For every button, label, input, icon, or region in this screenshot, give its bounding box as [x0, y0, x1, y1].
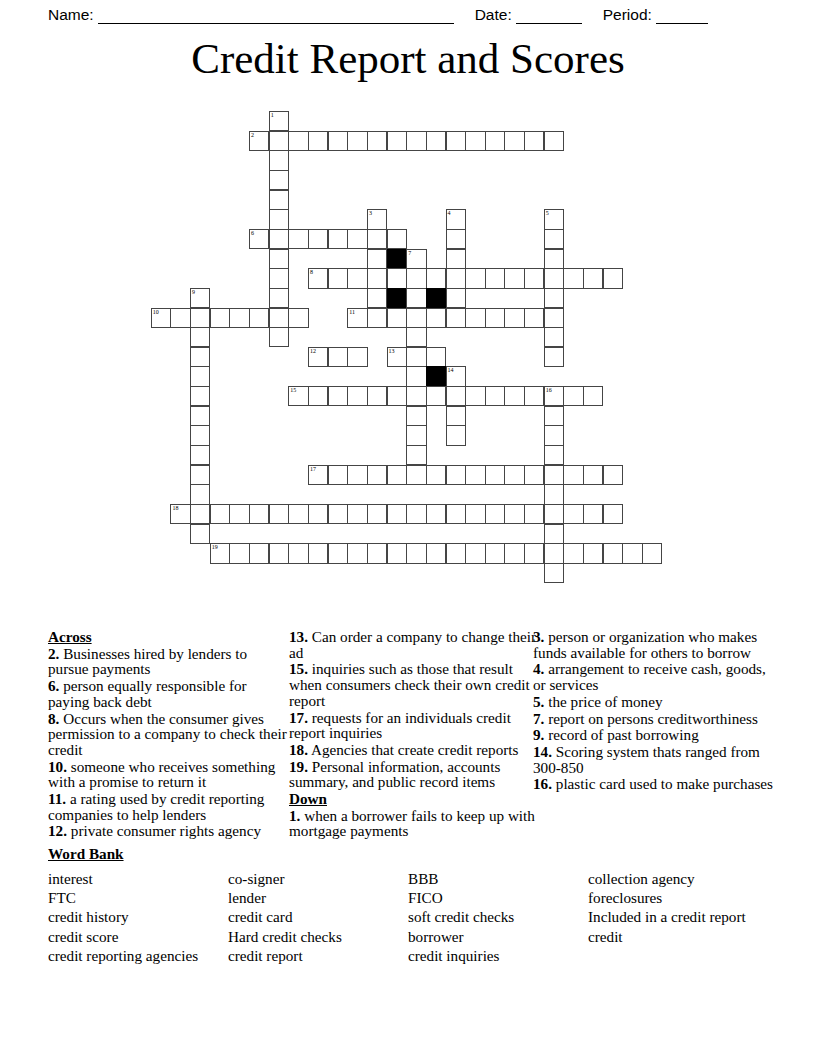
grid-cell[interactable]: [347, 347, 367, 367]
grid-cell[interactable]: [504, 386, 524, 406]
grid-cell[interactable]: [406, 425, 426, 445]
grid-cell[interactable]: [347, 504, 367, 524]
grid-cell[interactable]: [387, 268, 407, 288]
grid-cell[interactable]: [308, 131, 328, 151]
grid-cell[interactable]: [446, 229, 466, 249]
grid-cell[interactable]: [367, 543, 387, 563]
grid-cell[interactable]: [367, 229, 387, 249]
grid-cell[interactable]: [446, 504, 466, 524]
grid-cell[interactable]: [308, 543, 328, 563]
grid-cell[interactable]: [406, 347, 426, 367]
grid-cell[interactable]: [269, 543, 289, 563]
grid-cell[interactable]: 13: [387, 347, 407, 367]
grid-cell[interactable]: [269, 209, 289, 229]
grid-cell[interactable]: [347, 543, 367, 563]
grid-cell[interactable]: [190, 366, 210, 386]
grid-cell[interactable]: [563, 543, 583, 563]
grid-cell[interactable]: 2: [249, 131, 269, 151]
grid-cell[interactable]: [288, 504, 308, 524]
clue-number-label: 1: [271, 112, 274, 119]
grid-cell[interactable]: [583, 465, 603, 485]
across-clues-column: Across 2. Businesses hired by lenders to…: [48, 629, 288, 840]
grid-cell[interactable]: [544, 347, 564, 367]
clue-number-label: 4: [448, 210, 451, 217]
grid-cell[interactable]: [190, 524, 210, 544]
grid-cell[interactable]: 19: [210, 543, 230, 563]
grid-cell[interactable]: [367, 386, 387, 406]
grid-cell[interactable]: [406, 386, 426, 406]
grid-cell[interactable]: [524, 131, 544, 151]
grid-cell[interactable]: [642, 543, 662, 563]
grid-cell[interactable]: [563, 504, 583, 524]
grid-cell[interactable]: [328, 386, 348, 406]
grid-cell[interactable]: [406, 406, 426, 426]
grid-cell[interactable]: [269, 327, 289, 347]
grid-cell[interactable]: [426, 386, 446, 406]
grid-cell[interactable]: [583, 268, 603, 288]
grid-cell[interactable]: [544, 465, 564, 485]
down-heading: Down: [289, 791, 537, 807]
grid-cell[interactable]: [504, 308, 524, 328]
grid-cell[interactable]: 9: [190, 288, 210, 308]
grid-cell[interactable]: [446, 268, 466, 288]
grid-cell[interactable]: [544, 308, 564, 328]
grid-cell[interactable]: [387, 504, 407, 524]
grid-cell[interactable]: [387, 131, 407, 151]
word-bank-item: credit score: [48, 927, 228, 946]
grid-cell[interactable]: [249, 543, 269, 563]
grid-cell[interactable]: [269, 131, 289, 151]
word-bank-item: FTC: [48, 888, 228, 907]
grid-cell[interactable]: [190, 465, 210, 485]
grid-cell[interactable]: [426, 543, 446, 563]
grid-cell[interactable]: [446, 249, 466, 269]
word-bank-item: credit inquiries: [408, 946, 588, 965]
grid-cell[interactable]: [544, 425, 564, 445]
grid-cell[interactable]: [406, 366, 426, 386]
clue-across-13: 13. Can order a company to change their …: [289, 629, 537, 660]
black-cell: [426, 288, 446, 308]
word-bank-item: foreclosures: [588, 888, 788, 907]
date-blank-line[interactable]: [516, 8, 582, 24]
grid-cell[interactable]: [249, 504, 269, 524]
black-cell: [426, 366, 446, 386]
grid-cell[interactable]: [504, 504, 524, 524]
grid-cell[interactable]: [328, 131, 348, 151]
grid-cell[interactable]: 10: [151, 308, 171, 328]
grid-cell[interactable]: [170, 308, 190, 328]
grid-cell[interactable]: [347, 465, 367, 485]
grid-cell[interactable]: [465, 308, 485, 328]
clue-number-label: 11: [349, 309, 355, 316]
grid-cell[interactable]: [524, 308, 544, 328]
grid-cell[interactable]: [406, 504, 426, 524]
grid-cell[interactable]: [387, 543, 407, 563]
grid-cell[interactable]: 14: [446, 366, 466, 386]
grid-cell[interactable]: 17: [308, 465, 328, 485]
word-bank-item: credit: [588, 927, 788, 946]
grid-cell[interactable]: [190, 327, 210, 347]
clue-down-9: 9. record of past borrowing: [533, 727, 778, 743]
grid-cell[interactable]: [485, 543, 505, 563]
grid-cell[interactable]: [190, 406, 210, 426]
grid-cell[interactable]: 7: [406, 249, 426, 269]
word-bank-col1: interest FTC credit history credit score…: [48, 869, 228, 965]
clue-across-10: 10. someone who receives something with …: [48, 759, 288, 790]
grid-cell[interactable]: [603, 504, 623, 524]
grid-cell[interactable]: [465, 543, 485, 563]
grid-cell[interactable]: [269, 190, 289, 210]
grid-cell[interactable]: [426, 308, 446, 328]
grid-cell[interactable]: [190, 484, 210, 504]
grid-cell[interactable]: [269, 504, 289, 524]
grid-cell[interactable]: [406, 268, 426, 288]
grid-cell[interactable]: [387, 308, 407, 328]
grid-cell[interactable]: [210, 308, 230, 328]
grid-cell[interactable]: [347, 268, 367, 288]
grid-cell[interactable]: 8: [308, 268, 328, 288]
grid-cell[interactable]: [406, 465, 426, 485]
clue-across-18: 18. Agencies that create credit reports: [289, 742, 537, 758]
grid-cell[interactable]: [190, 445, 210, 465]
grid-cell[interactable]: [465, 386, 485, 406]
grid-cell[interactable]: [485, 504, 505, 524]
down-clues-column: 3. person or organization who makes fund…: [533, 629, 778, 793]
grid-cell[interactable]: [544, 445, 564, 465]
clue-across-2: 2. Businesses hired by lenders to pursue…: [48, 646, 288, 677]
grid-cell[interactable]: [269, 229, 289, 249]
clue-number-label: 12: [310, 348, 316, 355]
clue-across-6: 6. person equally responsible for paying…: [48, 678, 288, 709]
clue-down-5: 5. the price of money: [533, 694, 778, 710]
grid-cell[interactable]: [544, 504, 564, 524]
word-bank-item: soft credit checks: [408, 907, 588, 926]
grid-cell[interactable]: [308, 504, 328, 524]
grid-cell[interactable]: 12: [308, 347, 328, 367]
clue-number-label: 13: [389, 348, 395, 355]
grid-cell[interactable]: [269, 308, 289, 328]
grid-cell[interactable]: [485, 465, 505, 485]
grid-cell[interactable]: [387, 386, 407, 406]
grid-cell[interactable]: [446, 425, 466, 445]
grid-cell[interactable]: [583, 543, 603, 563]
grid-cell[interactable]: [524, 386, 544, 406]
grid-cell[interactable]: [269, 170, 289, 190]
clue-number-label: 5: [546, 210, 549, 217]
grid-cell[interactable]: 16: [544, 386, 564, 406]
clue-down-1: 1. when a borrower fails to keep up with…: [289, 808, 537, 839]
clue-number-label: 3: [369, 210, 372, 217]
grid-cell[interactable]: [465, 504, 485, 524]
clue-across-8: 8. Occurs when the consumer gives permis…: [48, 711, 288, 758]
grid-cell[interactable]: [269, 249, 289, 269]
grid-cell[interactable]: [544, 543, 564, 563]
grid-cell[interactable]: [210, 504, 230, 524]
grid-cell[interactable]: [485, 386, 505, 406]
grid-cell[interactable]: [446, 386, 466, 406]
grid-cell[interactable]: [328, 504, 348, 524]
clue-number-label: 14: [448, 367, 454, 374]
crossword-grid: 12345678910111213141516171819: [151, 111, 662, 583]
grid-cell[interactable]: [269, 268, 289, 288]
grid-cell[interactable]: [603, 465, 623, 485]
word-bank-col4: collection agency foreclosures Included …: [588, 869, 788, 965]
clue-across-11: 11. a rating used by credit reporting co…: [48, 791, 288, 822]
worksheet-header: Name: Date: Period:: [48, 5, 768, 24]
grid-cell[interactable]: [544, 524, 564, 544]
grid-cell[interactable]: [367, 288, 387, 308]
grid-cell[interactable]: [426, 465, 446, 485]
grid-cell[interactable]: [544, 563, 564, 583]
grid-cell[interactable]: [328, 268, 348, 288]
word-bank-item: credit report: [228, 946, 408, 965]
grid-cell[interactable]: [406, 308, 426, 328]
grid-cell[interactable]: [563, 386, 583, 406]
word-bank-col3: BBB FICO soft credit checks borrower cre…: [408, 869, 588, 965]
grid-cell[interactable]: [544, 131, 564, 151]
word-bank-item: credit card: [228, 907, 408, 926]
clue-down-3: 3. person or organization who makes fund…: [533, 629, 778, 660]
grid-cell[interactable]: [583, 504, 603, 524]
grid-cell[interactable]: [288, 229, 308, 249]
grid-cell[interactable]: [446, 406, 466, 426]
grid-cell[interactable]: [603, 543, 623, 563]
grid-cell[interactable]: [406, 288, 426, 308]
clue-down-16: 16. plastic card used to make purchases: [533, 776, 778, 792]
clue-number-label: 17: [310, 466, 316, 473]
grid-cell[interactable]: [387, 465, 407, 485]
grid-cell[interactable]: [465, 465, 485, 485]
grid-cell[interactable]: [504, 268, 524, 288]
grid-cell[interactable]: [328, 229, 348, 249]
grid-cell[interactable]: [229, 504, 249, 524]
grid-cell[interactable]: [426, 504, 446, 524]
word-bank-item: FICO: [408, 888, 588, 907]
across-heading: Across: [48, 629, 288, 645]
clue-number-label: 7: [408, 250, 411, 257]
grid-cell[interactable]: [190, 347, 210, 367]
grid-cell[interactable]: [524, 504, 544, 524]
clue-number-label: 9: [192, 289, 195, 296]
grid-cell[interactable]: [367, 268, 387, 288]
word-bank-item: co-signer: [228, 869, 408, 888]
grid-cell[interactable]: [347, 131, 367, 151]
grid-cell[interactable]: [446, 465, 466, 485]
date-label: Date:: [475, 5, 512, 24]
grid-cell[interactable]: [288, 543, 308, 563]
word-bank-item: lender: [228, 888, 408, 907]
clue-across-15: 15. inquiries such as those that result …: [289, 661, 537, 708]
grid-cell[interactable]: [524, 465, 544, 485]
clue-down-7: 7. report on persons creditworthiness: [533, 711, 778, 727]
name-label: Name:: [48, 5, 94, 24]
grid-cell[interactable]: [485, 268, 505, 288]
grid-cell[interactable]: [328, 543, 348, 563]
word-bank-item: BBB: [408, 869, 588, 888]
grid-cell[interactable]: [426, 131, 446, 151]
grid-cell[interactable]: [387, 229, 407, 249]
clue-number-label: 19: [212, 544, 218, 551]
grid-cell[interactable]: [524, 268, 544, 288]
grid-cell[interactable]: [308, 229, 328, 249]
grid-cell[interactable]: [544, 484, 564, 504]
clue-across-19: 19. Personal information, accounts summa…: [289, 759, 537, 790]
word-bank-item: borrower: [408, 927, 588, 946]
grid-cell[interactable]: [504, 543, 524, 563]
grid-cell[interactable]: [485, 131, 505, 151]
grid-cell[interactable]: [190, 308, 210, 328]
name-blank-line[interactable]: [98, 8, 454, 24]
grid-cell[interactable]: [229, 543, 249, 563]
grid-cell[interactable]: [465, 268, 485, 288]
word-bank-col2: co-signer lender credit card Hard credit…: [228, 869, 408, 965]
grid-cell[interactable]: [603, 268, 623, 288]
grid-cell[interactable]: [347, 229, 367, 249]
grid-cell[interactable]: [544, 288, 564, 308]
black-cell: [387, 288, 407, 308]
grid-cell[interactable]: [504, 131, 524, 151]
clue-down-4: 4. arrangement to receive cash, goods, o…: [533, 661, 778, 692]
grid-cell[interactable]: [367, 249, 387, 269]
grid-cell[interactable]: 6: [249, 229, 269, 249]
grid-cell[interactable]: 5: [544, 209, 564, 229]
clue-across-17: 17. requests for an individuals credit r…: [289, 710, 537, 741]
grid-cell[interactable]: [269, 288, 289, 308]
grid-cell[interactable]: [406, 327, 426, 347]
grid-cell[interactable]: [328, 465, 348, 485]
grid-cell[interactable]: 4: [446, 209, 466, 229]
clue-across-12: 12. private consumer rights agency: [48, 823, 288, 839]
word-bank-item: credit history: [48, 907, 228, 926]
clue-number-label: 10: [153, 309, 159, 316]
grid-cell[interactable]: [446, 288, 466, 308]
period-label: Period:: [603, 5, 652, 24]
page-title: Credit Report and Scores: [0, 34, 816, 84]
grid-cell[interactable]: [308, 386, 328, 406]
grid-cell[interactable]: 11: [347, 308, 367, 328]
grid-cell[interactable]: [465, 131, 485, 151]
grid-cell[interactable]: [544, 229, 564, 249]
grid-cell[interactable]: 1: [269, 111, 289, 131]
grid-cell[interactable]: 15: [288, 386, 308, 406]
grid-cell[interactable]: [446, 308, 466, 328]
grid-cell[interactable]: [406, 543, 426, 563]
word-bank-item: Included in a credit report: [588, 907, 788, 926]
period-blank-line[interactable]: [656, 8, 708, 24]
grid-cell[interactable]: [367, 504, 387, 524]
grid-cell[interactable]: [328, 347, 348, 367]
grid-cell[interactable]: 18: [170, 504, 190, 524]
clue-number-label: 2: [251, 132, 254, 139]
grid-cell[interactable]: [406, 445, 426, 465]
clue-down-14: 14. Scoring system thats ranged from 300…: [533, 744, 778, 775]
word-bank: Word Bank interest FTC credit history cr…: [48, 845, 788, 965]
grid-cell[interactable]: [544, 249, 564, 269]
grid-cell[interactable]: [524, 543, 544, 563]
grid-cell[interactable]: [406, 131, 426, 151]
clue-number-label: 6: [251, 230, 254, 237]
grid-cell[interactable]: [446, 543, 466, 563]
word-bank-item: collection agency: [588, 869, 788, 888]
grid-cell[interactable]: [367, 308, 387, 328]
clue-number-label: 15: [290, 387, 296, 394]
grid-cell[interactable]: [563, 465, 583, 485]
clue-number-label: 16: [546, 387, 552, 394]
grid-cell[interactable]: [485, 308, 505, 328]
grid-cell[interactable]: [544, 327, 564, 347]
grid-cell[interactable]: [288, 308, 308, 328]
grid-cell[interactable]: [190, 386, 210, 406]
grid-cell[interactable]: [622, 543, 642, 563]
grid-cell[interactable]: 3: [367, 209, 387, 229]
clue-number-label: 18: [172, 505, 178, 512]
word-bank-item: interest: [48, 869, 228, 888]
grid-cell[interactable]: [446, 131, 466, 151]
grid-cell[interactable]: [563, 268, 583, 288]
grid-cell[interactable]: [426, 268, 446, 288]
middle-clues-column: 13. Can order a company to change their …: [289, 629, 537, 840]
grid-cell[interactable]: [583, 386, 603, 406]
grid-cell[interactable]: [249, 308, 269, 328]
grid-cell[interactable]: [367, 131, 387, 151]
grid-cell[interactable]: [426, 347, 446, 367]
grid-cell[interactable]: [229, 308, 249, 328]
word-bank-item: Hard credit checks: [228, 927, 408, 946]
word-bank-heading: Word Bank: [48, 845, 788, 863]
grid-cell[interactable]: [190, 504, 210, 524]
grid-cell[interactable]: [367, 465, 387, 485]
black-cell: [387, 249, 407, 269]
grid-cell[interactable]: [288, 131, 308, 151]
word-bank-item: credit reporting agencies: [48, 946, 228, 965]
grid-cell[interactable]: [504, 465, 524, 485]
clue-number-label: 8: [310, 269, 313, 276]
grid-cell[interactable]: [190, 425, 210, 445]
grid-cell[interactable]: [544, 268, 564, 288]
grid-cell[interactable]: [269, 150, 289, 170]
grid-cell[interactable]: [347, 386, 367, 406]
grid-cell[interactable]: [544, 406, 564, 426]
